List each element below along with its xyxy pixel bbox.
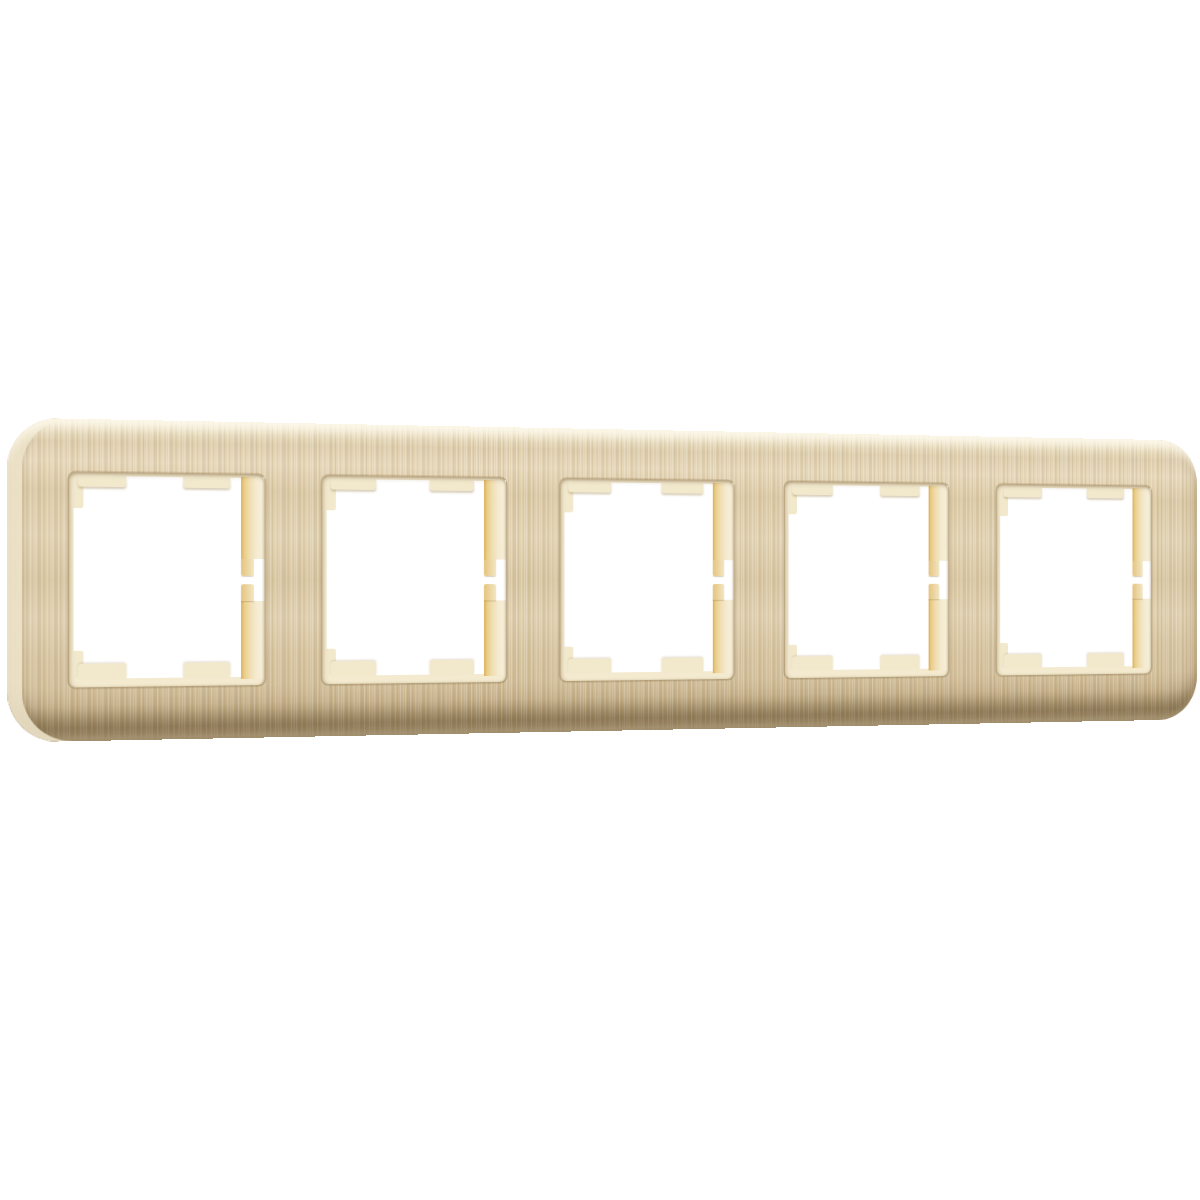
right-wall-stub-top bbox=[1133, 561, 1143, 576]
liner-tab-bottom-center bbox=[662, 657, 703, 671]
liner-tab-bottom-left bbox=[568, 658, 611, 673]
aperture-window bbox=[74, 476, 242, 679]
liner-tab-top-center bbox=[430, 480, 474, 491]
right-wall-stub-top bbox=[241, 559, 254, 576]
aperture-window bbox=[327, 479, 485, 676]
liner-tab-top-left bbox=[792, 485, 833, 495]
right-wall-stub-bottom bbox=[929, 584, 940, 599]
liner-tab-top-left bbox=[78, 476, 127, 487]
liner-tab-top-center bbox=[880, 486, 919, 496]
right-wall-stub-top bbox=[484, 560, 496, 576]
liner-tab-bottom-left bbox=[792, 656, 833, 670]
right-wall-stub-bottom bbox=[1133, 584, 1143, 599]
right-wall-stub-top bbox=[713, 560, 724, 576]
liner-tab-bottom-left bbox=[78, 663, 127, 679]
liner-tab-bottom-center bbox=[1087, 653, 1124, 667]
liner-tab-top-left bbox=[1004, 487, 1042, 497]
aperture-row bbox=[7, 417, 1196, 742]
aperture-3 bbox=[560, 479, 733, 681]
aperture-4 bbox=[785, 482, 948, 678]
right-wall-stub-bottom bbox=[241, 584, 254, 601]
liner-tab-bottom-center bbox=[184, 662, 230, 677]
right-wall-stub-top bbox=[929, 561, 940, 576]
liner-tab-bottom-center bbox=[430, 660, 474, 675]
frame-face bbox=[7, 417, 1196, 742]
aperture-2 bbox=[322, 476, 506, 684]
liner-tab-top-left bbox=[331, 479, 377, 490]
liner-tab-bottom-left bbox=[1004, 654, 1042, 668]
aperture-window bbox=[564, 482, 712, 673]
aperture-1 bbox=[69, 472, 264, 687]
switch-frame bbox=[7, 417, 1196, 742]
right-wall-stub-bottom bbox=[713, 584, 724, 600]
liner-tab-top-left bbox=[568, 482, 611, 493]
aperture-5 bbox=[997, 485, 1151, 676]
aperture-window bbox=[789, 485, 929, 671]
product-photo bbox=[0, 0, 1200, 1200]
liner-tab-bottom-center bbox=[880, 655, 919, 669]
liner-tab-top-center bbox=[1087, 489, 1124, 499]
right-wall-stub-bottom bbox=[484, 584, 496, 600]
liner-tab-top-center bbox=[184, 477, 230, 488]
liner-tab-top-center bbox=[662, 483, 703, 493]
liner-tab-bottom-left bbox=[331, 661, 377, 676]
aperture-window bbox=[1000, 487, 1132, 667]
